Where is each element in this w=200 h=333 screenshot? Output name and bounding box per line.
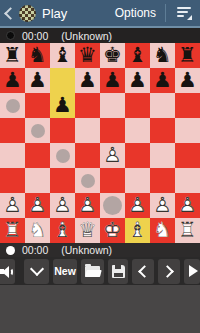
black-circle-icon bbox=[6, 31, 15, 40]
save-button[interactable] bbox=[108, 259, 128, 284]
piece-black-pawn: ♟ bbox=[75, 68, 100, 93]
chessboard-app-icon bbox=[19, 5, 36, 22]
square-a6[interactable] bbox=[0, 93, 25, 118]
piece-black-pawn: ♟ bbox=[100, 68, 125, 93]
piece-black-pawn: ♟ bbox=[150, 68, 175, 93]
square-e5[interactable] bbox=[100, 118, 125, 143]
piece-white-pawn: ♟♙ bbox=[125, 193, 150, 218]
options-button[interactable]: Options bbox=[115, 6, 156, 20]
square-f1[interactable]: ♝♗ bbox=[125, 218, 150, 243]
player-bar-white: 00:00 (Unknown) bbox=[0, 243, 200, 257]
legal-move-dot bbox=[31, 124, 45, 138]
piece-black-knight: ♞ bbox=[25, 43, 50, 68]
chevron-right-icon bbox=[161, 265, 174, 278]
white-circle-icon bbox=[6, 246, 15, 255]
menu-button[interactable] bbox=[174, 3, 194, 23]
square-g7[interactable]: ♟ bbox=[150, 68, 175, 93]
square-a4[interactable] bbox=[0, 143, 25, 168]
square-c6[interactable]: ♟ bbox=[50, 93, 75, 118]
square-b1[interactable]: ♞♘ bbox=[25, 218, 50, 243]
square-b6[interactable] bbox=[25, 93, 50, 118]
piece-white-pawn: ♟♙ bbox=[75, 193, 100, 218]
chevron-left-icon bbox=[138, 265, 151, 278]
speaker-icon bbox=[0, 265, 14, 278]
piece-white-knight: ♞♘ bbox=[150, 218, 175, 243]
open-button[interactable] bbox=[81, 259, 104, 284]
volume-button[interactable] bbox=[0, 259, 15, 284]
square-a5[interactable] bbox=[0, 118, 25, 143]
square-b4[interactable] bbox=[25, 143, 50, 168]
square-h1[interactable]: ♜♖ bbox=[175, 218, 200, 243]
piece-black-pawn: ♟ bbox=[25, 68, 50, 93]
piece-black-bishop: ♝ bbox=[50, 43, 75, 68]
square-b3[interactable] bbox=[25, 168, 50, 193]
square-e6[interactable] bbox=[100, 93, 125, 118]
square-g3[interactable] bbox=[150, 168, 175, 193]
chess-app-window: Play Options 00:00 (Unknown) ♜♞♝♛♚♝♞♜♟♟♟… bbox=[0, 0, 200, 333]
square-g5[interactable] bbox=[150, 118, 175, 143]
player-bar-black: 00:00 (Unknown) bbox=[0, 28, 200, 43]
piece-black-queen: ♛ bbox=[75, 43, 100, 68]
square-e2[interactable] bbox=[100, 193, 125, 218]
square-d1[interactable]: ♛♕ bbox=[75, 218, 100, 243]
piece-black-pawn: ♟ bbox=[175, 68, 200, 93]
square-f4[interactable] bbox=[125, 143, 150, 168]
piece-white-pawn: ♟♙ bbox=[175, 193, 200, 218]
piece-white-bishop: ♝♗ bbox=[50, 218, 75, 243]
square-d8[interactable]: ♛ bbox=[75, 43, 100, 68]
square-f3[interactable] bbox=[125, 168, 150, 193]
floppy-disk-icon bbox=[112, 265, 125, 278]
piece-white-rook: ♜♖ bbox=[0, 218, 25, 243]
square-h4[interactable] bbox=[175, 143, 200, 168]
square-a2[interactable]: ♟♙ bbox=[0, 193, 25, 218]
chevron-left-icon bbox=[4, 7, 17, 20]
piece-black-rook: ♜ bbox=[175, 43, 200, 68]
square-e3[interactable] bbox=[100, 168, 125, 193]
square-f2[interactable]: ♟♙ bbox=[125, 193, 150, 218]
square-b8[interactable]: ♞ bbox=[25, 43, 50, 68]
piece-white-pawn: ♟♙ bbox=[0, 193, 25, 218]
square-g4[interactable] bbox=[150, 143, 175, 168]
piece-white-queen: ♛♕ bbox=[75, 218, 100, 243]
square-d4[interactable] bbox=[75, 143, 100, 168]
board: ♜♞♝♛♚♝♞♜♟♟♟♟♟♟♟♟♟♙♟♙♟♙♟♙♟♙♟♙♟♙♟♙♜♖♞♘♝♗♛♕… bbox=[0, 43, 200, 243]
square-h3[interactable] bbox=[175, 168, 200, 193]
legal-move-dot bbox=[81, 174, 95, 188]
piece-white-pawn: ♟♙ bbox=[150, 193, 175, 218]
square-f6[interactable] bbox=[125, 93, 150, 118]
square-d5[interactable] bbox=[75, 118, 100, 143]
toolbar: New bbox=[0, 257, 200, 285]
next-move-button[interactable] bbox=[158, 259, 180, 284]
play-moves-button[interactable] bbox=[184, 259, 200, 284]
piece-black-pawn: ♟ bbox=[0, 68, 25, 93]
black-clock: 00:00 bbox=[22, 30, 48, 42]
piece-white-pawn: ♟♙ bbox=[50, 193, 75, 218]
square-b5[interactable] bbox=[25, 118, 50, 143]
square-g1[interactable]: ♞♘ bbox=[150, 218, 175, 243]
chevron-down-icon bbox=[29, 262, 43, 276]
white-player-name: (Unknown) bbox=[61, 244, 112, 256]
square-g8[interactable]: ♞ bbox=[150, 43, 175, 68]
piece-white-pawn: ♟♙ bbox=[100, 143, 125, 168]
square-f8[interactable]: ♝ bbox=[125, 43, 150, 68]
square-f7[interactable]: ♟ bbox=[125, 68, 150, 93]
square-h7[interactable]: ♟ bbox=[175, 68, 200, 93]
square-c2[interactable]: ♟♙ bbox=[50, 193, 75, 218]
square-c1[interactable]: ♝♗ bbox=[50, 218, 75, 243]
menu-icon bbox=[177, 7, 192, 20]
square-d6[interactable] bbox=[75, 93, 100, 118]
square-h6[interactable] bbox=[175, 93, 200, 118]
piece-black-king: ♚ bbox=[100, 43, 125, 68]
square-h2[interactable]: ♟♙ bbox=[175, 193, 200, 218]
white-clock: 00:00 bbox=[22, 244, 48, 256]
new-game-button[interactable]: New bbox=[53, 259, 77, 284]
piece-black-pawn: ♟ bbox=[50, 93, 75, 118]
square-c8[interactable]: ♝ bbox=[50, 43, 75, 68]
folder-icon bbox=[85, 266, 100, 277]
square-b2[interactable]: ♟♙ bbox=[25, 193, 50, 218]
square-c7[interactable] bbox=[50, 68, 75, 93]
piece-black-rook: ♜ bbox=[0, 43, 25, 68]
page-title: Play bbox=[42, 6, 67, 21]
piece-white-knight: ♞♘ bbox=[25, 218, 50, 243]
square-a3[interactable] bbox=[0, 168, 25, 193]
square-c3[interactable] bbox=[50, 168, 75, 193]
back-button[interactable] bbox=[4, 3, 16, 23]
piece-white-bishop: ♝♗ bbox=[125, 218, 150, 243]
play-icon bbox=[189, 265, 198, 277]
black-player-name: (Unknown) bbox=[61, 30, 112, 42]
square-h5[interactable] bbox=[175, 118, 200, 143]
piece-white-king: ♚♔ bbox=[100, 218, 125, 243]
square-a1[interactable]: ♜♖ bbox=[0, 218, 25, 243]
square-e1[interactable]: ♚♔ bbox=[100, 218, 125, 243]
square-h8[interactable]: ♜ bbox=[175, 43, 200, 68]
square-b7[interactable]: ♟ bbox=[25, 68, 50, 93]
titlebar-divider bbox=[165, 4, 166, 22]
square-e7[interactable]: ♟ bbox=[100, 68, 125, 93]
square-g2[interactable]: ♟♙ bbox=[150, 193, 175, 218]
square-c5[interactable] bbox=[50, 118, 75, 143]
square-e8[interactable]: ♚ bbox=[100, 43, 125, 68]
square-f5[interactable] bbox=[125, 118, 150, 143]
square-d3[interactable] bbox=[75, 168, 100, 193]
piece-black-pawn: ♟ bbox=[125, 68, 150, 93]
piece-white-rook: ♜♖ bbox=[175, 218, 200, 243]
square-c4[interactable] bbox=[50, 143, 75, 168]
square-a7[interactable]: ♟ bbox=[0, 68, 25, 93]
square-d7[interactable]: ♟ bbox=[75, 68, 100, 93]
legal-move-dot bbox=[6, 99, 20, 113]
square-e4[interactable]: ♟♙ bbox=[100, 143, 125, 168]
legal-move-dot bbox=[56, 149, 70, 163]
square-d2[interactable]: ♟♙ bbox=[75, 193, 100, 218]
prev-move-button[interactable] bbox=[132, 259, 154, 284]
title-bar: Play Options bbox=[0, 0, 200, 28]
move-list-dropdown[interactable] bbox=[24, 259, 49, 284]
piece-black-bishop: ♝ bbox=[125, 43, 150, 68]
square-g6[interactable] bbox=[150, 93, 175, 118]
bottom-space bbox=[0, 285, 200, 333]
square-a8[interactable]: ♜ bbox=[0, 43, 25, 68]
piece-white-pawn: ♟♙ bbox=[25, 193, 50, 218]
legal-move-dot bbox=[103, 196, 122, 215]
piece-black-knight: ♞ bbox=[150, 43, 175, 68]
